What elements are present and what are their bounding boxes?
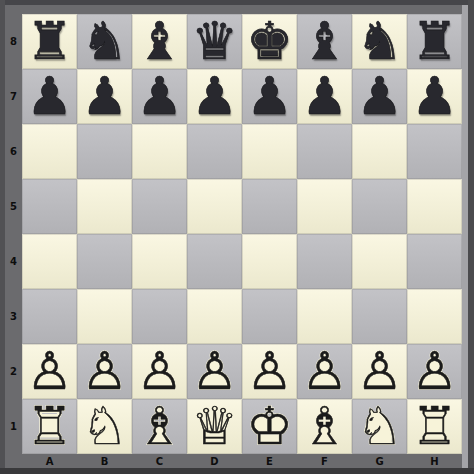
square-g3[interactable] — [352, 289, 407, 344]
square-c7[interactable]: ♟ — [132, 69, 187, 124]
square-c4[interactable] — [132, 234, 187, 289]
black-knight-icon: ♞ — [81, 14, 128, 69]
square-h7[interactable]: ♟ — [407, 69, 462, 124]
rank-label-8: 8 — [5, 14, 22, 69]
black-king-icon: ♚ — [246, 14, 293, 69]
square-c1[interactable]: ♝♗ — [132, 399, 187, 454]
black-rook-icon: ♜ — [411, 14, 458, 69]
black-pawn-icon: ♟ — [356, 69, 403, 124]
square-d7[interactable]: ♟ — [187, 69, 242, 124]
square-h4[interactable] — [407, 234, 462, 289]
white-bishop-icon: ♗ — [301, 399, 348, 454]
frame-edge-top — [0, 0, 474, 5]
file-label-h: H — [407, 454, 462, 468]
white-pawn-icon: ♙ — [246, 344, 293, 399]
black-pawn-icon: ♟ — [191, 69, 238, 124]
piece-black-pawn[interactable]: ♟ — [77, 69, 132, 124]
square-a3[interactable] — [22, 289, 77, 344]
square-e2[interactable]: ♟♙ — [242, 344, 297, 399]
black-knight-icon: ♞ — [356, 14, 403, 69]
square-g5[interactable] — [352, 179, 407, 234]
piece-white-pawn[interactable]: ♟♙ — [187, 344, 242, 399]
square-c8[interactable]: ♝ — [132, 14, 187, 69]
square-c3[interactable] — [132, 289, 187, 344]
square-c6[interactable] — [132, 124, 187, 179]
square-b3[interactable] — [77, 289, 132, 344]
square-b8[interactable]: ♞ — [77, 14, 132, 69]
white-rook-icon: ♖ — [411, 399, 458, 454]
file-label-c: C — [132, 454, 187, 468]
square-d8[interactable]: ♛ — [187, 14, 242, 69]
piece-black-pawn[interactable]: ♟ — [22, 69, 77, 124]
rank-label-7: 7 — [5, 69, 22, 124]
square-a6[interactable] — [22, 124, 77, 179]
square-b6[interactable] — [77, 124, 132, 179]
file-label-a: A — [22, 454, 77, 468]
square-e5[interactable] — [242, 179, 297, 234]
board: ♜♞♝♛♚♝♞♜♟♟♟♟♟♟♟♟♟♙♟♙♟♙♟♙♟♙♟♙♟♙♟♙♜♖♞♘♝♗♛♕… — [22, 14, 462, 454]
piece-white-knight[interactable]: ♞♘ — [77, 399, 132, 454]
square-c2[interactable]: ♟♙ — [132, 344, 187, 399]
piece-black-pawn[interactable]: ♟ — [407, 69, 462, 124]
piece-black-pawn[interactable]: ♟ — [132, 69, 187, 124]
square-h8[interactable]: ♜ — [407, 14, 462, 69]
white-pawn-icon: ♙ — [356, 344, 403, 399]
piece-white-knight[interactable]: ♞♘ — [352, 399, 407, 454]
square-e8[interactable]: ♚ — [242, 14, 297, 69]
piece-white-pawn[interactable]: ♟♙ — [407, 344, 462, 399]
black-pawn-icon: ♟ — [301, 69, 348, 124]
file-label-e: E — [242, 454, 297, 468]
square-g4[interactable] — [352, 234, 407, 289]
square-e6[interactable] — [242, 124, 297, 179]
piece-white-pawn[interactable]: ♟♙ — [242, 344, 297, 399]
frame-edge-right — [468, 0, 474, 474]
square-c5[interactable] — [132, 179, 187, 234]
square-f7[interactable]: ♟ — [297, 69, 352, 124]
square-h2[interactable]: ♟♙ — [407, 344, 462, 399]
rank-label-5: 5 — [5, 179, 22, 234]
square-g1[interactable]: ♞♘ — [352, 399, 407, 454]
square-f4[interactable] — [297, 234, 352, 289]
square-f5[interactable] — [297, 179, 352, 234]
piece-black-rook[interactable]: ♜ — [22, 14, 77, 69]
white-pawn-icon: ♙ — [136, 344, 183, 399]
white-pawn-icon: ♙ — [81, 344, 128, 399]
white-pawn-icon: ♙ — [26, 344, 73, 399]
white-pawn-icon: ♙ — [411, 344, 458, 399]
piece-white-pawn[interactable]: ♟♙ — [22, 344, 77, 399]
white-bishop-icon: ♗ — [136, 399, 183, 454]
piece-white-pawn[interactable]: ♟♙ — [297, 344, 352, 399]
square-b7[interactable]: ♟ — [77, 69, 132, 124]
square-e1[interactable]: ♚♔ — [242, 399, 297, 454]
square-g7[interactable]: ♟ — [352, 69, 407, 124]
square-f6[interactable] — [297, 124, 352, 179]
piece-white-queen[interactable]: ♛♕ — [187, 399, 242, 454]
white-king-icon: ♔ — [246, 399, 293, 454]
piece-white-pawn[interactable]: ♟♙ — [77, 344, 132, 399]
square-g2[interactable]: ♟♙ — [352, 344, 407, 399]
piece-black-knight[interactable]: ♞ — [352, 14, 407, 69]
file-label-b: B — [77, 454, 132, 468]
black-pawn-icon: ♟ — [81, 69, 128, 124]
piece-white-bishop[interactable]: ♝♗ — [297, 399, 352, 454]
square-g6[interactable] — [352, 124, 407, 179]
white-queen-icon: ♕ — [191, 399, 238, 454]
piece-black-bishop[interactable]: ♝ — [297, 14, 352, 69]
piece-black-rook[interactable]: ♜ — [407, 14, 462, 69]
square-d1[interactable]: ♛♕ — [187, 399, 242, 454]
frame-edge-bottom — [0, 468, 474, 474]
black-rook-icon: ♜ — [26, 14, 73, 69]
square-b5[interactable] — [77, 179, 132, 234]
square-a8[interactable]: ♜ — [22, 14, 77, 69]
square-d5[interactable] — [187, 179, 242, 234]
black-pawn-icon: ♟ — [246, 69, 293, 124]
square-a1[interactable]: ♜♖ — [22, 399, 77, 454]
square-f1[interactable]: ♝♗ — [297, 399, 352, 454]
black-bishop-icon: ♝ — [136, 14, 183, 69]
square-d2[interactable]: ♟♙ — [187, 344, 242, 399]
piece-black-queen[interactable]: ♛ — [187, 14, 242, 69]
black-pawn-icon: ♟ — [411, 69, 458, 124]
square-e7[interactable]: ♟ — [242, 69, 297, 124]
piece-black-pawn[interactable]: ♟ — [352, 69, 407, 124]
square-f8[interactable]: ♝ — [297, 14, 352, 69]
white-knight-icon: ♘ — [356, 399, 403, 454]
file-label-g: G — [352, 454, 407, 468]
square-f2[interactable]: ♟♙ — [297, 344, 352, 399]
piece-white-pawn[interactable]: ♟♙ — [132, 344, 187, 399]
white-knight-icon: ♘ — [81, 399, 128, 454]
white-pawn-icon: ♙ — [191, 344, 238, 399]
square-d3[interactable] — [187, 289, 242, 344]
piece-white-rook[interactable]: ♜♖ — [407, 399, 462, 454]
piece-black-king[interactable]: ♚ — [242, 14, 297, 69]
piece-black-pawn[interactable]: ♟ — [242, 69, 297, 124]
piece-white-rook[interactable]: ♜♖ — [22, 399, 77, 454]
file-label-f: F — [297, 454, 352, 468]
square-h3[interactable] — [407, 289, 462, 344]
chess-board-window: 87654321 ♜♞♝♛♚♝♞♜♟♟♟♟♟♟♟♟♟♙♟♙♟♙♟♙♟♙♟♙♟♙♟… — [0, 0, 474, 474]
piece-black-bishop[interactable]: ♝ — [132, 14, 187, 69]
piece-black-pawn[interactable]: ♟ — [187, 69, 242, 124]
rank-labels: 87654321 — [5, 14, 22, 454]
rank-label-4: 4 — [5, 234, 22, 289]
square-e3[interactable] — [242, 289, 297, 344]
white-pawn-icon: ♙ — [301, 344, 348, 399]
square-a4[interactable] — [22, 234, 77, 289]
square-a2[interactable]: ♟♙ — [22, 344, 77, 399]
square-a5[interactable] — [22, 179, 77, 234]
black-pawn-icon: ♟ — [136, 69, 183, 124]
piece-white-bishop[interactable]: ♝♗ — [132, 399, 187, 454]
rank-label-3: 3 — [5, 289, 22, 344]
piece-black-pawn[interactable]: ♟ — [297, 69, 352, 124]
square-h6[interactable] — [407, 124, 462, 179]
square-e4[interactable] — [242, 234, 297, 289]
rank-label-6: 6 — [5, 124, 22, 179]
square-d6[interactable] — [187, 124, 242, 179]
piece-white-pawn[interactable]: ♟♙ — [352, 344, 407, 399]
square-f3[interactable] — [297, 289, 352, 344]
square-h5[interactable] — [407, 179, 462, 234]
square-b4[interactable] — [77, 234, 132, 289]
square-d4[interactable] — [187, 234, 242, 289]
piece-white-king[interactable]: ♚♔ — [242, 399, 297, 454]
square-b2[interactable]: ♟♙ — [77, 344, 132, 399]
file-labels: ABCDEFGH — [22, 454, 462, 468]
square-a7[interactable]: ♟ — [22, 69, 77, 124]
black-pawn-icon: ♟ — [26, 69, 73, 124]
square-g8[interactable]: ♞ — [352, 14, 407, 69]
file-label-d: D — [187, 454, 242, 468]
square-b1[interactable]: ♞♘ — [77, 399, 132, 454]
square-h1[interactable]: ♜♖ — [407, 399, 462, 454]
black-bishop-icon: ♝ — [301, 14, 348, 69]
piece-black-knight[interactable]: ♞ — [77, 14, 132, 69]
black-queen-icon: ♛ — [191, 14, 238, 69]
rank-label-2: 2 — [5, 344, 22, 399]
rank-label-1: 1 — [5, 399, 22, 454]
white-rook-icon: ♖ — [26, 399, 73, 454]
